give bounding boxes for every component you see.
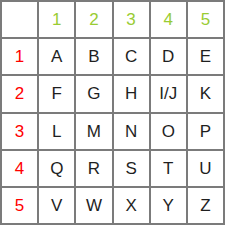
cell-R: R: [76, 151, 111, 186]
cell-A: A: [39, 39, 74, 74]
cell-S: S: [114, 151, 149, 186]
cell-IJ: I/J: [151, 76, 186, 111]
cell-X: X: [114, 188, 149, 223]
cell-O: O: [151, 114, 186, 149]
polybius-square-board: 1 2 3 4 5 1 A B C D E 2 F G H I/J K 3 L …: [0, 0, 225, 225]
cell-M: M: [76, 114, 111, 149]
cell-B: B: [76, 39, 111, 74]
cell-F: F: [39, 76, 74, 111]
row-header-5: 5: [2, 188, 37, 223]
row-header-2: 2: [2, 76, 37, 111]
cell-L: L: [39, 114, 74, 149]
cell-D: D: [151, 39, 186, 74]
corner-cell: [2, 2, 37, 37]
column-header-4: 4: [151, 2, 186, 37]
cell-T: T: [151, 151, 186, 186]
cell-Z: Z: [188, 188, 223, 223]
cell-Q: Q: [39, 151, 74, 186]
cell-N: N: [114, 114, 149, 149]
column-header-5: 5: [188, 2, 223, 37]
column-header-1: 1: [39, 2, 74, 37]
row-header-3: 3: [2, 114, 37, 149]
cell-V: V: [39, 188, 74, 223]
cell-K: K: [188, 76, 223, 111]
cell-G: G: [76, 76, 111, 111]
cell-H: H: [114, 76, 149, 111]
cell-W: W: [76, 188, 111, 223]
column-header-2: 2: [76, 2, 111, 37]
cell-E: E: [188, 39, 223, 74]
cell-Y: Y: [151, 188, 186, 223]
cell-C: C: [114, 39, 149, 74]
cell-P: P: [188, 114, 223, 149]
row-header-4: 4: [2, 151, 37, 186]
column-header-3: 3: [114, 2, 149, 37]
row-header-1: 1: [2, 39, 37, 74]
cell-U: U: [188, 151, 223, 186]
